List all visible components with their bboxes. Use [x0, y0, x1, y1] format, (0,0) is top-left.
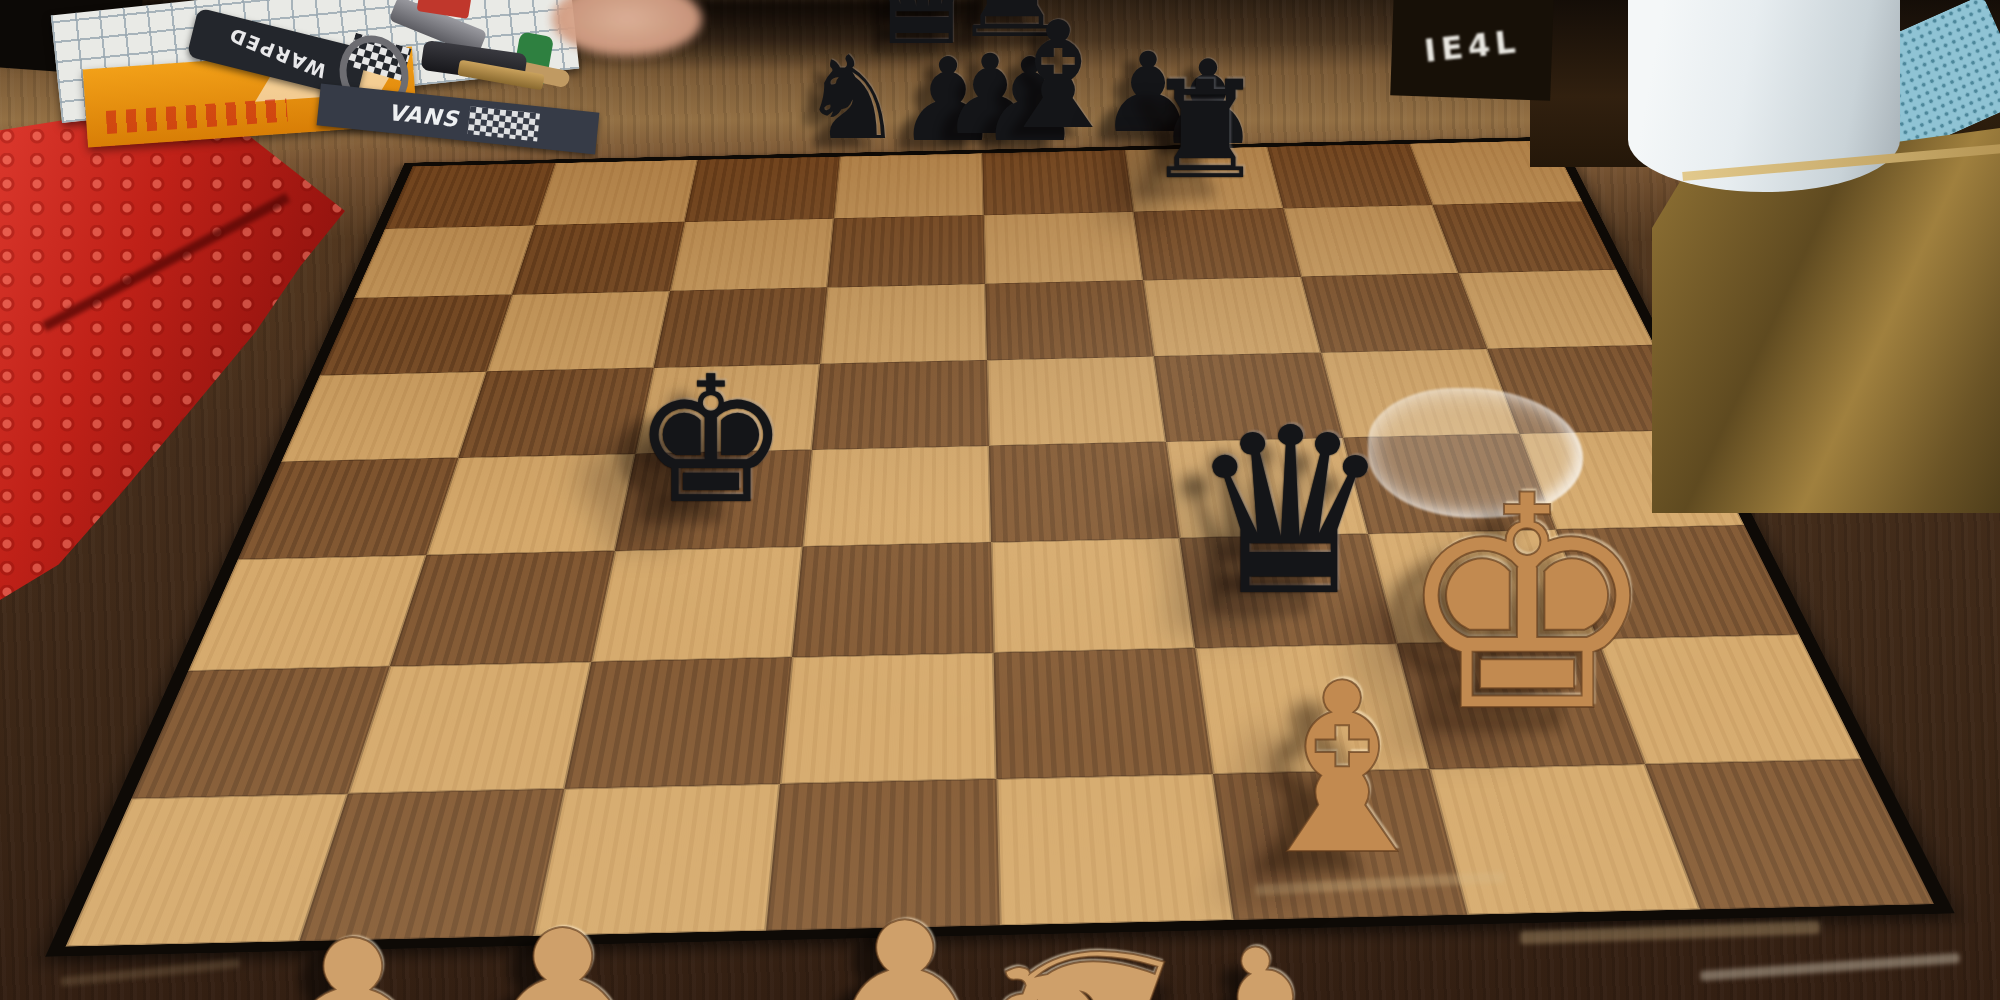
square-f7[interactable] [1133, 208, 1300, 280]
black-queen-f3[interactable]: ♛ [1187, 398, 1393, 628]
square-b4[interactable] [426, 454, 635, 555]
square-b2[interactable] [348, 662, 591, 794]
square-b8[interactable] [535, 160, 698, 226]
square-d4[interactable] [803, 446, 991, 547]
table-scuff [1700, 953, 1960, 981]
square-d5[interactable] [812, 360, 989, 450]
square-a3[interactable] [188, 555, 426, 670]
square-g6[interactable] [1301, 273, 1488, 353]
square-e5[interactable] [987, 356, 1166, 445]
square-d6[interactable] [820, 284, 987, 364]
square-e2[interactable] [994, 648, 1213, 779]
square-c8[interactable] [684, 157, 840, 222]
vans-label: VANS [387, 99, 460, 131]
square-e4[interactable] [989, 442, 1180, 543]
square-a7[interactable] [354, 225, 535, 298]
square-e7[interactable] [984, 212, 1143, 284]
square-c3[interactable] [591, 547, 803, 662]
lanyard-checker-pattern [467, 106, 540, 141]
square-e3[interactable] [991, 538, 1195, 652]
square-c7[interactable] [670, 219, 834, 291]
square-d7[interactable] [827, 215, 985, 287]
square-a2[interactable] [131, 666, 389, 798]
white-bishop-f1[interactable]: ♝ [1237, 652, 1448, 887]
square-b7[interactable] [512, 222, 684, 294]
square-a4[interactable] [238, 458, 458, 560]
square-h7[interactable] [1433, 202, 1617, 273]
square-e6[interactable] [985, 280, 1154, 360]
square-g8[interactable] [1267, 144, 1433, 209]
square-f6[interactable] [1143, 277, 1321, 357]
square-g7[interactable] [1283, 205, 1459, 277]
square-h6[interactable] [1459, 269, 1655, 348]
desk-scene: WARPED VANS IE4L ♜♚♛♚♝♞♛♟♟♜♟♝♟♟♟♟♟♞♟ [0, 0, 2000, 1000]
black-king-c4[interactable]: ♚ [633, 353, 790, 528]
black-rook-f8[interactable]: ♜ [1144, 63, 1265, 198]
white-pawn: ♟ [397, 884, 729, 1000]
square-a8[interactable] [385, 163, 555, 229]
square-a5[interactable] [281, 371, 486, 461]
square-b5[interactable] [458, 368, 653, 458]
embossed-text: IE4L [1422, 22, 1522, 70]
embossed-case: IE4L [1390, 0, 1554, 101]
square-b3[interactable] [390, 551, 615, 666]
table-scuff [1520, 921, 1820, 944]
square-d3[interactable] [792, 542, 993, 657]
square-a6[interactable] [320, 294, 512, 375]
square-c2[interactable] [564, 657, 792, 789]
square-d2[interactable] [780, 652, 996, 783]
